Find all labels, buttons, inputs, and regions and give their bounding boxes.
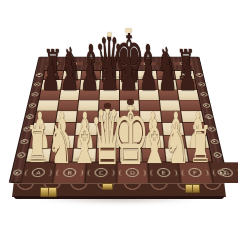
ornament-medallion-icon [210, 139, 219, 144]
ornament-flourish-icon [150, 169, 156, 176]
ornament-flourish-icon [202, 169, 209, 176]
board-square [139, 80, 158, 89]
top-ornament-cell [174, 62, 193, 65]
board-square [99, 100, 119, 110]
ornament-medallion-icon [25, 114, 33, 118]
board-square [98, 111, 118, 122]
board-square [182, 111, 204, 122]
ornament-medallion-icon [31, 93, 39, 97]
board-square [29, 135, 52, 147]
board-square [77, 111, 98, 122]
board-square [120, 135, 142, 147]
board-square [183, 123, 206, 135]
board-square [163, 135, 186, 147]
ornament-medallion-icon [35, 73, 42, 77]
board-square [119, 80, 138, 89]
ornament-medallion-icon [216, 170, 225, 176]
ornament-medallion-icon [180, 62, 187, 65]
board-square [185, 135, 208, 147]
ornament-medallion-icon [28, 103, 36, 107]
ornament-flourish-icon [24, 169, 31, 176]
coordinate-medallion: D [126, 168, 139, 177]
coordinate-medallion: B [63, 168, 77, 177]
board-square [81, 71, 100, 80]
board-square [41, 80, 61, 89]
contrasting-finial [107, 32, 113, 37]
board-square [61, 80, 81, 89]
board-square [100, 71, 118, 80]
brass-lock-center [102, 183, 113, 190]
ornament-medallion-icon [88, 62, 94, 65]
ornament-flourish-icon [108, 169, 114, 176]
board-square [119, 100, 139, 110]
board-square [177, 80, 197, 89]
board-square [62, 71, 81, 80]
board-square [76, 123, 97, 135]
ornament-medallion-icon [196, 73, 203, 77]
top-ornament-cell [82, 62, 101, 65]
board-square [142, 148, 165, 161]
board-square [43, 71, 62, 80]
board-border-top [44, 57, 193, 70]
board-square [26, 148, 50, 161]
board-square [141, 123, 162, 135]
board-square [119, 71, 137, 80]
ornament-medallion-icon [161, 62, 168, 65]
ornament-medallion-icon [200, 93, 208, 97]
board-square [37, 100, 58, 110]
board-square [141, 135, 163, 147]
file-label-cell: C [85, 162, 117, 183]
brass-latch-right [185, 184, 200, 193]
brass-latch-left [40, 187, 57, 197]
ornament-medallion-icon [23, 126, 31, 131]
ornament-medallion-icon [20, 139, 29, 144]
board-square [73, 148, 96, 161]
board-square [99, 90, 118, 100]
file-label-cell: A [20, 162, 55, 183]
file-label-cell: E [147, 162, 180, 183]
ornament-medallion-icon [143, 62, 149, 65]
ornament-flourish-icon [45, 169, 52, 176]
board-square [175, 71, 194, 80]
board-square [180, 100, 201, 110]
top-ornament-cell [155, 62, 174, 65]
top-ornament-cell [101, 62, 119, 65]
board-square [188, 148, 212, 161]
board-square [161, 111, 182, 122]
board-square [79, 90, 99, 100]
chess-board: ABCDEFGH [9, 57, 230, 183]
ornament-medallion-icon [202, 103, 210, 107]
ornament-flourish-icon [171, 169, 178, 176]
file-label-cell: D [117, 162, 149, 183]
top-ornament-cell [64, 62, 83, 65]
ornament-medallion-icon [16, 153, 25, 158]
ornament-flourish-icon [56, 169, 63, 176]
board-square [78, 100, 98, 110]
coordinate-medallion: F [188, 168, 202, 177]
board-square [96, 148, 118, 161]
board-border-bottom-file-labels: ABCDEFGH [20, 162, 217, 183]
board-square [140, 111, 161, 122]
ornament-medallion-icon [33, 83, 40, 87]
ornament-flourish-icon [77, 169, 83, 176]
board-square [98, 123, 119, 135]
coordinate-medallion: A [31, 168, 45, 177]
coordinate-medallion: E [157, 168, 171, 177]
board-square [58, 100, 79, 110]
board-square [52, 135, 75, 147]
board-square [162, 123, 184, 135]
ornament-medallion-icon [52, 62, 59, 65]
contrasting-finial [125, 28, 131, 33]
board-square [54, 123, 76, 135]
board-square [139, 90, 159, 100]
top-ornament-cell [119, 62, 137, 65]
file-label-cell: F [178, 162, 213, 183]
board-square [100, 80, 119, 89]
board-square [159, 90, 179, 100]
board-square [138, 71, 157, 80]
ornament-flourish-icon [181, 169, 188, 176]
board-square [34, 111, 56, 122]
board-square [165, 148, 189, 161]
board-square [59, 90, 79, 100]
board-square [120, 111, 140, 122]
board-square [157, 71, 176, 80]
board-square [56, 111, 77, 122]
file-label-cell: B [53, 162, 87, 183]
ornament-medallion-icon [125, 62, 131, 65]
board-square [50, 148, 74, 161]
board-square [74, 135, 96, 147]
board-square [80, 80, 99, 89]
ornament-medallion-icon [207, 126, 215, 131]
board-square [120, 148, 142, 161]
coordinate-medallion: C [94, 168, 107, 177]
ornament-medallion-icon [12, 170, 21, 176]
board-square [119, 90, 138, 100]
ornament-flourish-icon [119, 169, 125, 176]
squares-grid [25, 70, 213, 162]
ornament-medallion-icon [107, 62, 113, 65]
ornament-flourish-icon [233, 169, 238, 176]
product-photo: ABCDEFGH ♜♞♝♛♚♝♞♜♟♟♟♟♟♟♟♟♟♟♟♟♟♟♟♟♜♞♝♛♚♝♞… [0, 0, 238, 238]
board-square [158, 80, 178, 89]
ornament-medallion-icon [70, 62, 77, 65]
board-square [97, 135, 119, 147]
board-square [39, 90, 60, 100]
board-square [160, 100, 181, 110]
board-square [140, 100, 160, 110]
top-ornament-cell [46, 62, 65, 65]
ornament-medallion-icon [213, 153, 222, 158]
board-square [178, 90, 199, 100]
board-square [120, 123, 141, 135]
ornament-medallion-icon [198, 83, 205, 87]
board-square [32, 123, 55, 135]
ornament-medallion-icon [204, 114, 212, 118]
top-ornament-cell [137, 62, 156, 65]
ornament-flourish-icon [87, 169, 93, 176]
ornament-flourish-icon [140, 169, 146, 176]
